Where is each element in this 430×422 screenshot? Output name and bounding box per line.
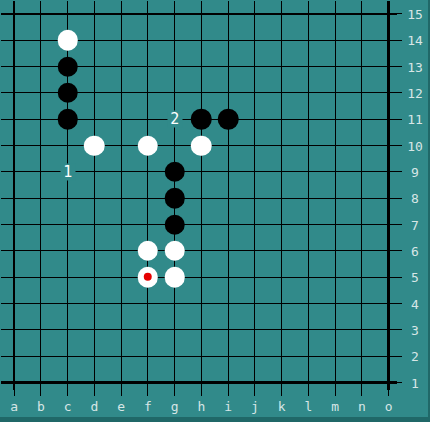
- row-label-6: 6: [411, 244, 419, 257]
- column-label-g: g: [171, 400, 179, 413]
- intersection-k14[interactable]: [268, 27, 295, 53]
- intersection-d3[interactable]: [81, 317, 108, 343]
- white-stone-c14: [57, 30, 78, 51]
- intersection-b3[interactable]: [28, 317, 55, 343]
- intersection-e4[interactable]: [108, 290, 135, 316]
- intersection-k13[interactable]: [268, 53, 295, 79]
- intersection-i4[interactable]: [215, 290, 242, 316]
- intersection-i5[interactable]: [215, 264, 242, 290]
- intersection-b13[interactable]: [28, 53, 55, 79]
- intersection-h8[interactable]: [188, 185, 215, 211]
- column-label-l: l: [305, 400, 313, 413]
- intersection-e3[interactable]: [108, 317, 135, 343]
- go-diagram: 12abcdefghijklmno151413121110987654321: [0, 0, 430, 422]
- intersection-e13[interactable]: [108, 53, 135, 79]
- intersection-b9[interactable]: [28, 159, 55, 185]
- row-label-1: 1: [411, 376, 419, 389]
- intersection-f11[interactable]: [135, 106, 162, 132]
- intersection-d4[interactable]: [81, 290, 108, 316]
- intersection-l6[interactable]: [295, 238, 322, 264]
- intersection-n12[interactable]: [349, 80, 376, 106]
- intersection-h13[interactable]: [188, 53, 215, 79]
- intersection-b5[interactable]: [28, 264, 55, 290]
- intersection-j4[interactable]: [242, 290, 269, 316]
- black-stone-h11: [191, 109, 212, 130]
- intersection-l10[interactable]: [295, 132, 322, 158]
- intersection-l11[interactable]: [295, 106, 322, 132]
- intersection-h7[interactable]: [188, 211, 215, 237]
- intersection-f4[interactable]: [135, 290, 162, 316]
- intersection-f9[interactable]: [135, 159, 162, 185]
- intersection-k12[interactable]: [268, 80, 295, 106]
- black-stone-g9: [164, 162, 185, 183]
- intersection-i2[interactable]: [215, 343, 242, 369]
- intersection-f12[interactable]: [135, 80, 162, 106]
- intersection-k11[interactable]: [268, 106, 295, 132]
- column-label-d: d: [91, 400, 99, 413]
- move-label-1: 1: [60, 163, 75, 180]
- intersection-j11[interactable]: [242, 106, 269, 132]
- intersection-c7[interactable]: [54, 211, 81, 237]
- intersection-l3[interactable]: [295, 317, 322, 343]
- row-label-4: 4: [411, 297, 419, 310]
- intersection-e14[interactable]: [108, 27, 135, 53]
- intersection-f13[interactable]: [135, 53, 162, 79]
- intersection-b10[interactable]: [28, 132, 55, 158]
- row-label-10: 10: [407, 139, 423, 152]
- column-label-h: h: [198, 400, 206, 413]
- intersection-e11[interactable]: [108, 106, 135, 132]
- intersection-e2[interactable]: [108, 343, 135, 369]
- intersection-n4[interactable]: [349, 290, 376, 316]
- intersection-h3[interactable]: [188, 317, 215, 343]
- intersection-m11[interactable]: [322, 106, 349, 132]
- white-stone-h10: [191, 135, 212, 156]
- intersection-d11[interactable]: [81, 106, 108, 132]
- intersection-k8[interactable]: [268, 185, 295, 211]
- row-label-14: 14: [407, 34, 423, 47]
- intersection-g12[interactable]: [161, 80, 188, 106]
- intersection-e8[interactable]: [108, 185, 135, 211]
- intersection-h9[interactable]: [188, 159, 215, 185]
- intersection-l14[interactable]: [295, 27, 322, 53]
- white-stone-g6: [164, 241, 185, 262]
- intersection-f3[interactable]: [135, 317, 162, 343]
- intersection-g3[interactable]: [161, 317, 188, 343]
- intersection-m14[interactable]: [322, 27, 349, 53]
- column-label-i: i: [224, 400, 232, 413]
- intersection-c5[interactable]: [54, 264, 81, 290]
- intersection-d2[interactable]: [81, 343, 108, 369]
- intersection-e6[interactable]: [108, 238, 135, 264]
- intersection-f7[interactable]: [135, 211, 162, 237]
- row-label-2: 2: [411, 350, 419, 363]
- intersection-i7[interactable]: [215, 211, 242, 237]
- intersection-f2[interactable]: [135, 343, 162, 369]
- board-edge-bottom: [1, 381, 397, 384]
- intersection-i12[interactable]: [215, 80, 242, 106]
- black-stone-g8: [164, 188, 185, 209]
- intersection-n9[interactable]: [349, 159, 376, 185]
- intersection-b8[interactable]: [28, 185, 55, 211]
- black-stone-g7: [164, 214, 185, 235]
- intersection-l2[interactable]: [295, 343, 322, 369]
- intersection-l7[interactable]: [295, 211, 322, 237]
- board-edge-left: [13, 1, 15, 390]
- intersection-n11[interactable]: [349, 106, 376, 132]
- column-label-c: c: [64, 400, 72, 413]
- intersection-d8[interactable]: [81, 185, 108, 211]
- column-label-k: k: [278, 400, 286, 413]
- intersection-d12[interactable]: [81, 80, 108, 106]
- intersection-j13[interactable]: [242, 53, 269, 79]
- intersection-k5[interactable]: [268, 264, 295, 290]
- intersection-m13[interactable]: [322, 53, 349, 79]
- intersection-h2[interactable]: [188, 343, 215, 369]
- intersection-b2[interactable]: [28, 343, 55, 369]
- column-label-m: m: [331, 400, 339, 413]
- intersection-c3[interactable]: [54, 317, 81, 343]
- intersection-m7[interactable]: [322, 211, 349, 237]
- white-stone-g5: [164, 267, 185, 288]
- white-stone-f6: [138, 241, 159, 262]
- row-label-11: 11: [407, 113, 423, 126]
- intersection-e10[interactable]: [108, 132, 135, 158]
- intersection-h12[interactable]: [188, 80, 215, 106]
- column-label-e: e: [117, 400, 125, 413]
- move-label-2: 2: [167, 111, 182, 128]
- intersection-d6[interactable]: [81, 238, 108, 264]
- intersection-m8[interactable]: [322, 185, 349, 211]
- intersection-b6[interactable]: [28, 238, 55, 264]
- intersection-l4[interactable]: [295, 290, 322, 316]
- intersection-m9[interactable]: [322, 159, 349, 185]
- intersection-n6[interactable]: [349, 238, 376, 264]
- intersection-k3[interactable]: [268, 317, 295, 343]
- white-stone-d10: [84, 135, 105, 156]
- row-label-8: 8: [411, 192, 419, 205]
- black-stone-c13: [57, 56, 78, 77]
- intersection-b14[interactable]: [28, 27, 55, 53]
- column-label-f: f: [144, 400, 152, 413]
- row-label-13: 13: [407, 60, 423, 73]
- black-stone-c11: [57, 109, 78, 130]
- intersection-j9[interactable]: [242, 159, 269, 185]
- intersection-c8[interactable]: [54, 185, 81, 211]
- intersection-e12[interactable]: [108, 80, 135, 106]
- intersection-n3[interactable]: [349, 317, 376, 343]
- intersection-m10[interactable]: [322, 132, 349, 158]
- intersection-l12[interactable]: [295, 80, 322, 106]
- intersection-m5[interactable]: [322, 264, 349, 290]
- row-label-12: 12: [407, 86, 423, 99]
- intersection-g2[interactable]: [161, 343, 188, 369]
- intersection-n2[interactable]: [349, 343, 376, 369]
- intersection-b11[interactable]: [28, 106, 55, 132]
- image-edge-shade-bottom: [0, 417, 430, 422]
- intersection-n14[interactable]: [349, 27, 376, 53]
- intersection-e9[interactable]: [108, 159, 135, 185]
- intersection-h5[interactable]: [188, 264, 215, 290]
- intersection-l8[interactable]: [295, 185, 322, 211]
- board-edge-right: [387, 1, 390, 390]
- intersection-b4[interactable]: [28, 290, 55, 316]
- intersection-i10[interactable]: [215, 132, 242, 158]
- intersection-l5[interactable]: [295, 264, 322, 290]
- intersection-i6[interactable]: [215, 238, 242, 264]
- row-label-15: 15: [407, 7, 423, 20]
- intersection-b7[interactable]: [28, 211, 55, 237]
- intersection-e5[interactable]: [108, 264, 135, 290]
- white-stone-f5: [138, 267, 159, 288]
- row-label-9: 9: [411, 165, 419, 178]
- column-label-b: b: [37, 400, 45, 413]
- black-stone-i11: [218, 109, 239, 130]
- column-label-j: j: [251, 400, 259, 413]
- intersection-n10[interactable]: [349, 132, 376, 158]
- intersection-m2[interactable]: [322, 343, 349, 369]
- intersection-i8[interactable]: [215, 185, 242, 211]
- intersection-k10[interactable]: [268, 132, 295, 158]
- intersection-j5[interactable]: [242, 264, 269, 290]
- intersection-b12[interactable]: [28, 80, 55, 106]
- intersection-d5[interactable]: [81, 264, 108, 290]
- row-label-5: 5: [411, 271, 419, 284]
- intersection-n5[interactable]: [349, 264, 376, 290]
- intersection-n7[interactable]: [349, 211, 376, 237]
- intersection-i9[interactable]: [215, 159, 242, 185]
- intersection-g4[interactable]: [161, 290, 188, 316]
- go-board[interactable]: 12abcdefghijklmno151413121110987654321: [0, 0, 430, 422]
- row-label-7: 7: [411, 218, 419, 231]
- intersection-g13[interactable]: [161, 53, 188, 79]
- intersection-k6[interactable]: [268, 238, 295, 264]
- intersection-h6[interactable]: [188, 238, 215, 264]
- intersection-j14[interactable]: [242, 27, 269, 53]
- intersection-l13[interactable]: [295, 53, 322, 79]
- white-stone-f10: [138, 135, 159, 156]
- intersection-g14[interactable]: [161, 27, 188, 53]
- intersection-k7[interactable]: [268, 211, 295, 237]
- black-stone-c12: [57, 83, 78, 104]
- intersection-n13[interactable]: [349, 53, 376, 79]
- intersection-f8[interactable]: [135, 185, 162, 211]
- intersection-j12[interactable]: [242, 80, 269, 106]
- intersection-c4[interactable]: [54, 290, 81, 316]
- intersection-d13[interactable]: [81, 53, 108, 79]
- column-label-o: o: [385, 400, 393, 413]
- intersection-m3[interactable]: [322, 317, 349, 343]
- intersection-d9[interactable]: [81, 159, 108, 185]
- intersection-k4[interactable]: [268, 290, 295, 316]
- intersection-m4[interactable]: [322, 290, 349, 316]
- intersection-c10[interactable]: [54, 132, 81, 158]
- intersection-j6[interactable]: [242, 238, 269, 264]
- intersection-d7[interactable]: [81, 211, 108, 237]
- column-label-a: a: [10, 400, 18, 413]
- intersection-j3[interactable]: [242, 317, 269, 343]
- intersection-h4[interactable]: [188, 290, 215, 316]
- intersection-k9[interactable]: [268, 159, 295, 185]
- board-edge-top: [1, 13, 397, 15]
- intersection-i14[interactable]: [215, 27, 242, 53]
- intersection-i3[interactable]: [215, 317, 242, 343]
- intersection-m12[interactable]: [322, 80, 349, 106]
- intersection-k2[interactable]: [268, 343, 295, 369]
- intersection-e7[interactable]: [108, 211, 135, 237]
- intersection-g10[interactable]: [161, 132, 188, 158]
- intersection-j7[interactable]: [242, 211, 269, 237]
- intersection-l9[interactable]: [295, 159, 322, 185]
- intersection-d14[interactable]: [81, 27, 108, 53]
- intersection-f14[interactable]: [135, 27, 162, 53]
- intersection-j2[interactable]: [242, 343, 269, 369]
- intersection-n8[interactable]: [349, 185, 376, 211]
- intersection-j10[interactable]: [242, 132, 269, 158]
- intersection-j8[interactable]: [242, 185, 269, 211]
- column-label-n: n: [358, 400, 366, 413]
- intersection-c6[interactable]: [54, 238, 81, 264]
- intersection-c2[interactable]: [54, 343, 81, 369]
- intersection-h14[interactable]: [188, 27, 215, 53]
- red-dot-marker: [144, 273, 152, 281]
- row-label-3: 3: [411, 323, 419, 336]
- intersection-m6[interactable]: [322, 238, 349, 264]
- intersection-i13[interactable]: [215, 53, 242, 79]
